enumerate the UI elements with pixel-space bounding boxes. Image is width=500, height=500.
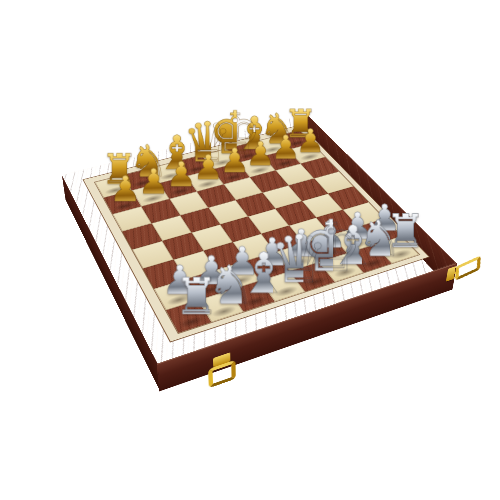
square-a7: ♟ (104, 191, 142, 215)
brass-latch-icon (446, 256, 482, 283)
latch-loop (455, 255, 481, 281)
product-photo-scene: ♜♞♝♛♚♝♞♜♟♟♟♟♟♟♟♟♟♟♟♟♟♟♟♟♜♞♝♛♚♝♞♜ (0, 0, 500, 500)
gold-pawn: ♟ (166, 158, 195, 192)
gold-pawn: ♟ (138, 165, 168, 199)
brass-latch-icon (208, 351, 236, 389)
gold-pawn: ♟ (246, 138, 274, 171)
gold-pawn: ♟ (193, 151, 222, 185)
silver-rook: ♜ (174, 272, 209, 322)
gold-pawn: ♟ (110, 172, 140, 207)
chess-box: ♜♞♝♛♚♝♞♜♟♟♟♟♟♟♟♟♟♟♟♟♟♟♟♟♜♞♝♛♚♝♞♜ (62, 114, 457, 363)
gold-pawn: ♟ (271, 131, 299, 163)
gold-pawn: ♟ (296, 125, 324, 157)
gold-pawn: ♟ (220, 144, 249, 177)
